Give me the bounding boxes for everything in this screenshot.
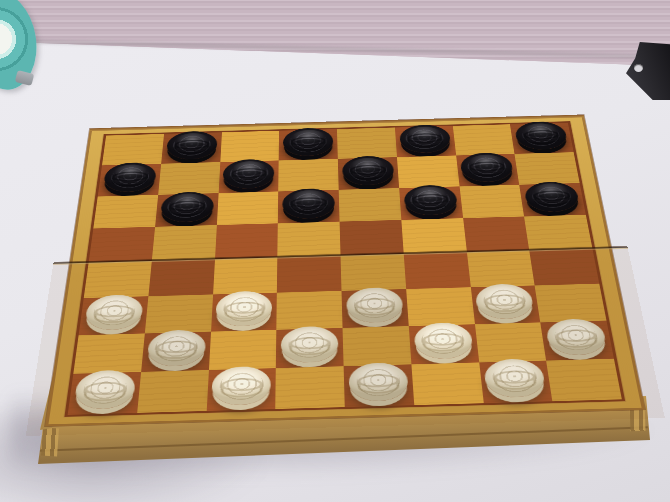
square-r2c6[interactable] bbox=[397, 155, 459, 187]
black-piece[interactable]: ⛂ bbox=[403, 184, 458, 216]
square-r5c1[interactable] bbox=[84, 261, 152, 298]
draughts-man-glyph: ⛂ bbox=[523, 181, 581, 213]
draughts-man-glyph: ⛂ bbox=[282, 188, 335, 220]
square-r8c1[interactable]: ⛀ bbox=[68, 372, 141, 415]
square-r6c5[interactable]: ⛀ bbox=[342, 289, 409, 328]
white-piece[interactable]: ⛀ bbox=[413, 322, 474, 360]
black-piece[interactable]: ⛂ bbox=[223, 159, 275, 189]
square-r2c4[interactable] bbox=[278, 159, 338, 192]
square-r7c3[interactable] bbox=[208, 329, 276, 370]
square-r3c2[interactable]: ⛂ bbox=[155, 193, 218, 227]
square-r2c5[interactable]: ⛂ bbox=[338, 157, 399, 190]
square-r7c7[interactable] bbox=[474, 322, 546, 362]
square-r6c3[interactable]: ⛀ bbox=[211, 293, 277, 332]
square-r7c5[interactable] bbox=[343, 326, 412, 367]
draughts-man-glyph: ⛂ bbox=[342, 155, 395, 185]
square-r7c2[interactable]: ⛀ bbox=[141, 331, 211, 372]
black-piece[interactable]: ⛂ bbox=[514, 121, 569, 150]
square-r2c7[interactable]: ⛂ bbox=[456, 154, 520, 186]
square-r7c6[interactable]: ⛀ bbox=[409, 324, 479, 365]
white-piece[interactable]: ⛀ bbox=[348, 362, 409, 402]
draughts-man-glyph: ⛂ bbox=[102, 162, 157, 192]
finger-joint-left bbox=[41, 427, 59, 456]
square-r8c3[interactable]: ⛀ bbox=[206, 368, 276, 411]
square-r8c7[interactable]: ⛀ bbox=[479, 361, 553, 403]
dark-bracket-hole bbox=[634, 64, 643, 72]
black-piece[interactable]: ⛂ bbox=[283, 127, 334, 156]
draughts-man-glyph: ⛀ bbox=[84, 294, 144, 330]
draughts-man-glyph: ⛀ bbox=[73, 370, 136, 410]
white-piece[interactable]: ⛀ bbox=[346, 287, 404, 323]
board-grid: ⛂⛂⛂⛂⛂⛂⛂⛂⛂⛂⛂⛂⛀⛀⛀⛀⛀⛀⛀⛀⛀⛀⛀⛀ bbox=[64, 121, 625, 417]
square-r6c6[interactable] bbox=[406, 287, 475, 326]
white-piece[interactable]: ⛀ bbox=[281, 326, 339, 364]
square-r1c5[interactable] bbox=[337, 127, 397, 158]
square-r8c5[interactable]: ⛀ bbox=[344, 365, 414, 408]
photo-scene: ⛂⛂⛂⛂⛂⛂⛂⛂⛂⛂⛂⛂⛀⛀⛀⛀⛀⛀⛀⛀⛀⛀⛀⛀ bbox=[0, 0, 670, 502]
white-piece[interactable]: ⛀ bbox=[475, 283, 536, 319]
square-r5c7[interactable] bbox=[466, 250, 534, 287]
square-r6c7[interactable]: ⛀ bbox=[470, 285, 540, 324]
square-r7c4[interactable]: ⛀ bbox=[276, 328, 344, 369]
square-r8c2[interactable] bbox=[137, 370, 209, 413]
square-r1c3[interactable] bbox=[220, 131, 279, 162]
black-piece[interactable]: ⛂ bbox=[342, 155, 395, 185]
square-r2c3[interactable]: ⛂ bbox=[218, 160, 279, 193]
square-r2c2[interactable] bbox=[158, 162, 220, 195]
draughts-man-glyph: ⛂ bbox=[514, 121, 569, 150]
draughts-man-glyph: ⛀ bbox=[475, 283, 536, 319]
square-r4c2[interactable] bbox=[152, 225, 217, 261]
square-r5c2[interactable] bbox=[148, 259, 214, 296]
black-piece[interactable]: ⛂ bbox=[523, 181, 581, 213]
square-r4c6[interactable] bbox=[401, 218, 466, 253]
square-r5c5[interactable] bbox=[341, 254, 406, 291]
square-r1c1[interactable] bbox=[102, 134, 164, 165]
square-r6c8[interactable] bbox=[535, 284, 607, 323]
square-r3c8[interactable]: ⛂ bbox=[519, 183, 585, 217]
draughts-man-glyph: ⛀ bbox=[413, 322, 474, 360]
draughts-man-glyph: ⛂ bbox=[399, 124, 452, 153]
square-r5c3[interactable] bbox=[213, 257, 278, 294]
square-r8c8[interactable] bbox=[546, 359, 621, 401]
square-r3c3[interactable] bbox=[216, 191, 278, 225]
square-r1c4[interactable]: ⛂ bbox=[279, 129, 338, 160]
white-piece[interactable]: ⛀ bbox=[545, 318, 609, 356]
draughts-man-glyph: ⛀ bbox=[483, 358, 547, 398]
square-r1c7[interactable] bbox=[452, 124, 514, 155]
draughts-man-glyph: ⛀ bbox=[346, 287, 404, 323]
draughts-man-glyph: ⛂ bbox=[160, 191, 215, 223]
square-r6c1[interactable]: ⛀ bbox=[79, 296, 149, 335]
black-piece[interactable]: ⛂ bbox=[160, 191, 215, 223]
square-r8c6[interactable] bbox=[411, 363, 483, 406]
square-r4c3[interactable] bbox=[215, 223, 278, 258]
checkers-board-area: ⛂⛂⛂⛂⛂⛂⛂⛂⛂⛂⛂⛂⛀⛀⛀⛀⛀⛀⛀⛀⛀⛀⛀⛀ bbox=[35, 48, 645, 427]
white-piece[interactable]: ⛀ bbox=[73, 370, 136, 410]
square-r4c1[interactable] bbox=[89, 227, 155, 263]
square-r4c8[interactable] bbox=[524, 215, 592, 250]
square-r6c4[interactable] bbox=[277, 291, 343, 330]
square-r5c4[interactable] bbox=[277, 255, 341, 292]
draughts-man-glyph: ⛀ bbox=[211, 366, 271, 406]
square-r2c1[interactable]: ⛂ bbox=[98, 164, 161, 197]
square-r4c7[interactable] bbox=[463, 217, 530, 252]
square-r4c5[interactable] bbox=[340, 220, 404, 255]
square-r3c7[interactable] bbox=[459, 184, 524, 218]
square-r1c2[interactable]: ⛂ bbox=[161, 132, 222, 163]
draughts-man-glyph: ⛂ bbox=[283, 127, 334, 156]
white-piece[interactable]: ⛀ bbox=[211, 366, 271, 406]
checkers-board: ⛂⛂⛂⛂⛂⛂⛂⛂⛂⛂⛂⛂⛀⛀⛀⛀⛀⛀⛀⛀⛀⛀⛀⛀ bbox=[45, 115, 645, 427]
draughts-man-glyph: ⛀ bbox=[146, 329, 206, 367]
square-r7c8[interactable]: ⛀ bbox=[540, 320, 613, 360]
white-piece[interactable]: ⛀ bbox=[483, 358, 547, 398]
square-r3c4[interactable]: ⛂ bbox=[278, 190, 340, 224]
square-r3c6[interactable]: ⛂ bbox=[399, 186, 463, 220]
draughts-man-glyph: ⛀ bbox=[215, 290, 272, 326]
draughts-man-glyph: ⛀ bbox=[348, 362, 409, 402]
square-r2c8[interactable] bbox=[515, 152, 580, 184]
black-piece[interactable]: ⛂ bbox=[102, 162, 157, 192]
square-r4c4[interactable] bbox=[278, 222, 341, 257]
white-piece[interactable]: ⛀ bbox=[215, 290, 272, 326]
white-piece[interactable]: ⛀ bbox=[146, 329, 206, 367]
square-r5c6[interactable] bbox=[403, 252, 470, 289]
square-r1c6[interactable]: ⛂ bbox=[395, 126, 456, 157]
black-piece[interactable]: ⛂ bbox=[460, 152, 515, 182]
square-r5c8[interactable] bbox=[529, 248, 599, 285]
draughts-man-glyph: ⛂ bbox=[403, 184, 458, 216]
square-r3c5[interactable] bbox=[339, 188, 401, 222]
black-piece[interactable]: ⛂ bbox=[282, 188, 335, 220]
draughts-man-glyph: ⛀ bbox=[281, 326, 339, 364]
draughts-man-glyph: ⛀ bbox=[545, 318, 609, 356]
square-r6c2[interactable] bbox=[145, 294, 213, 333]
draughts-man-glyph: ⛂ bbox=[165, 131, 217, 160]
draughts-man-glyph: ⛂ bbox=[223, 159, 275, 189]
white-piece[interactable]: ⛀ bbox=[84, 294, 144, 330]
square-r7c1[interactable] bbox=[73, 333, 144, 374]
black-piece[interactable]: ⛂ bbox=[399, 124, 452, 153]
square-r1c8[interactable]: ⛂ bbox=[510, 123, 573, 154]
draughts-man-glyph: ⛂ bbox=[460, 152, 515, 182]
black-piece[interactable]: ⛂ bbox=[165, 131, 217, 160]
square-r8c4[interactable] bbox=[275, 366, 344, 409]
square-r3c1[interactable] bbox=[93, 195, 158, 229]
